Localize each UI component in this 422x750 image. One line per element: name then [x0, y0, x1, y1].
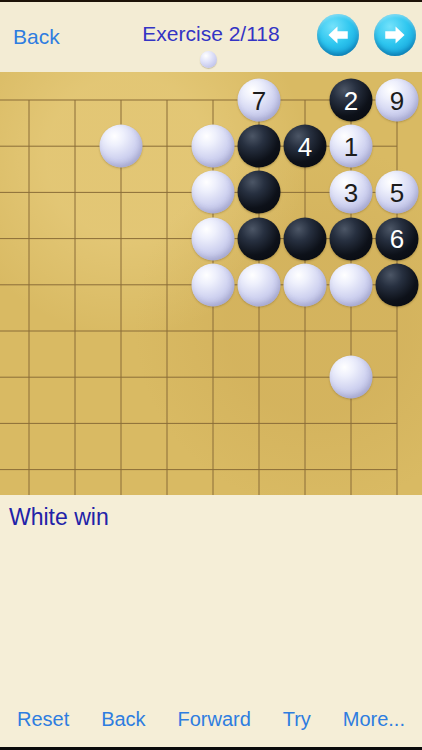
stones-layer: 72941356: [0, 72, 422, 495]
black-stone: [238, 171, 281, 214]
black-stone-move-2: 2: [330, 79, 373, 122]
white-stone: [330, 356, 373, 399]
white-stone-move-5: 5: [376, 171, 419, 214]
status-message: White win: [9, 504, 109, 531]
white-stone: [192, 263, 235, 306]
bottom-toolbar: Reset Back Forward Try More...: [0, 694, 422, 744]
left-arrow-icon: [325, 22, 351, 48]
more-button[interactable]: More...: [343, 708, 405, 731]
header-bar: Back Exercise 2/118: [0, 2, 422, 72]
white-stone: [192, 171, 235, 214]
black-stone-move-4: 4: [284, 125, 327, 168]
white-stone: [330, 263, 373, 306]
white-stone: [238, 263, 281, 306]
undo-back-button[interactable]: Back: [101, 708, 145, 731]
white-stone: [100, 125, 143, 168]
white-stone-move-9: 9: [376, 79, 419, 122]
reset-button[interactable]: Reset: [17, 708, 69, 731]
black-stone: [238, 125, 281, 168]
try-button[interactable]: Try: [283, 708, 311, 731]
black-stone: [284, 217, 327, 260]
white-stone: [284, 263, 327, 306]
black-stone: [330, 217, 373, 260]
white-stone-move-7: 7: [238, 79, 281, 122]
go-board[interactable]: 72941356: [0, 72, 422, 495]
black-stone-move-6: 6: [376, 217, 419, 260]
forward-button[interactable]: Forward: [177, 708, 250, 731]
message-panel: White win Reset Back Forward Try More...: [0, 495, 422, 747]
black-stone: [376, 263, 419, 306]
white-stone-move-3: 3: [330, 171, 373, 214]
turn-indicator-stone: [200, 51, 217, 68]
white-stone-move-1: 1: [330, 125, 373, 168]
next-exercise-button[interactable]: [374, 14, 416, 56]
prev-exercise-button[interactable]: [317, 14, 359, 56]
right-arrow-icon: [382, 22, 408, 48]
white-stone: [192, 217, 235, 260]
black-stone: [238, 217, 281, 260]
white-stone: [192, 125, 235, 168]
